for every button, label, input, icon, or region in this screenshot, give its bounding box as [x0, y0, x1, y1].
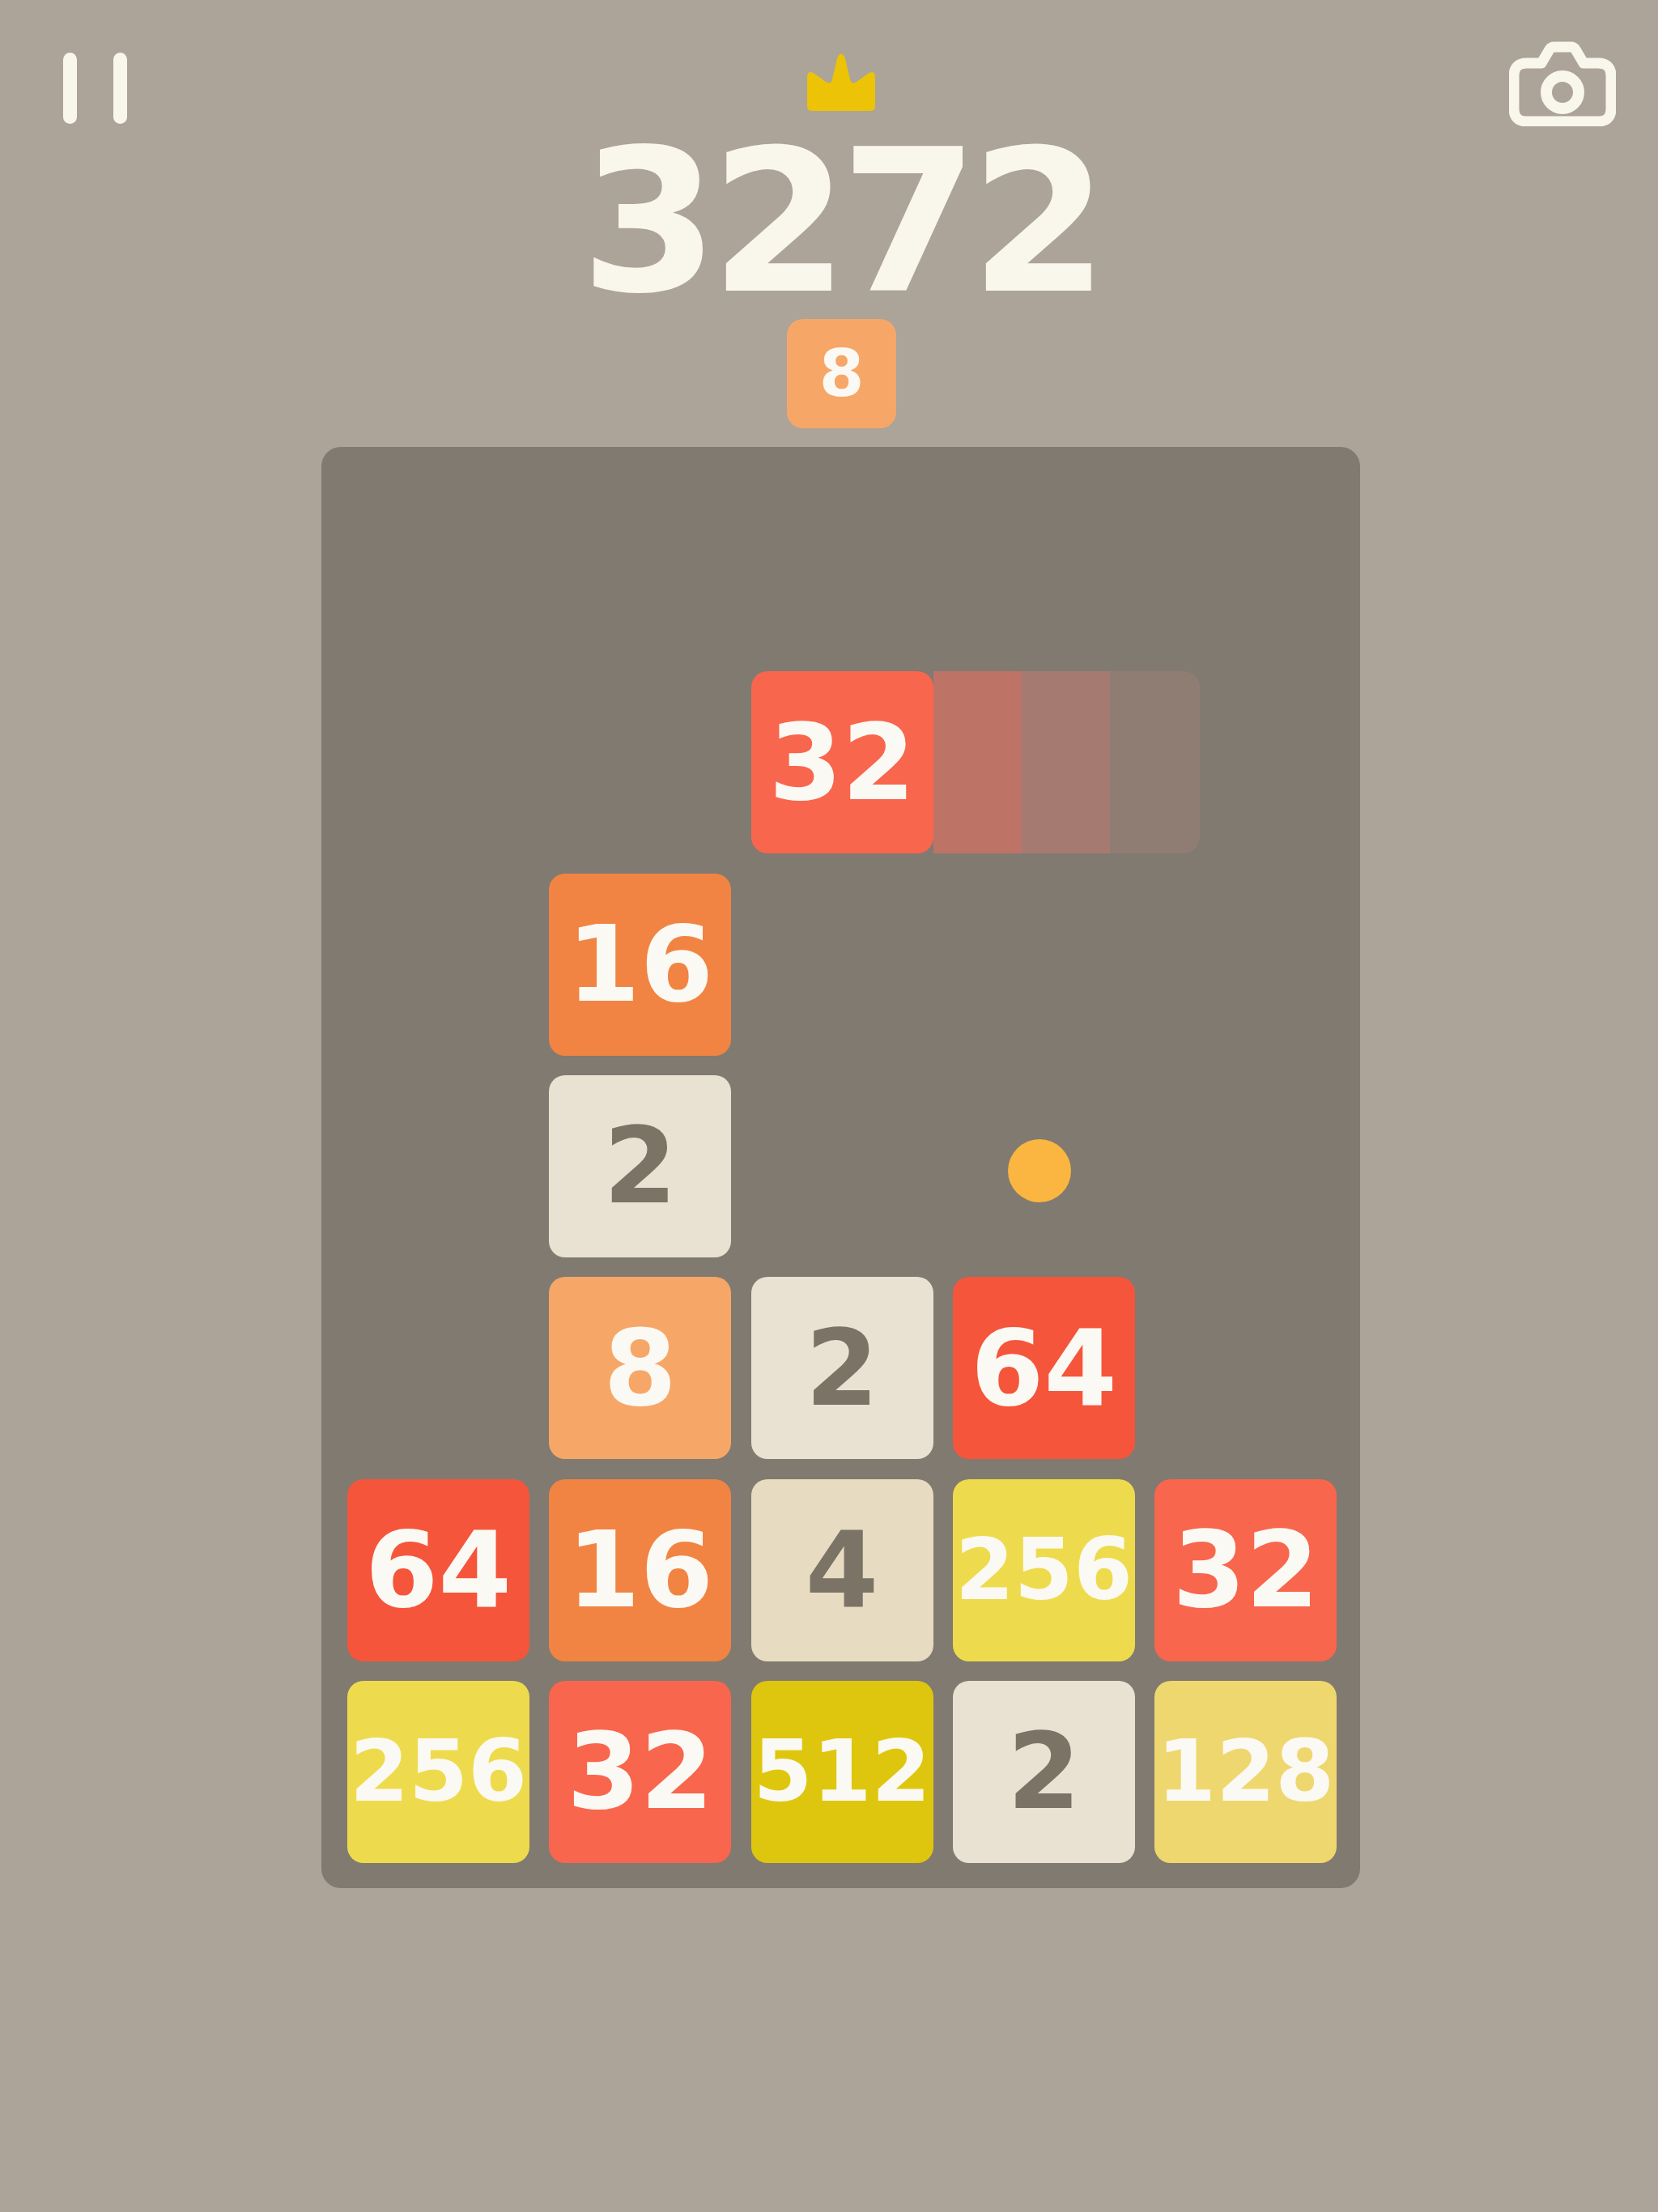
tile-2: 2: [549, 1075, 731, 1257]
board[interactable]: 3216282646416425632256325122128: [321, 447, 1360, 1888]
next-tile: 8: [787, 319, 896, 428]
tile-256: 256: [953, 1479, 1135, 1661]
game-screen: 3272 8 3216282646416425632256325122128: [0, 0, 1658, 2212]
motion-trail-segment: [1110, 671, 1200, 853]
tile-16: 16: [549, 874, 731, 1056]
tile-32: 32: [751, 671, 933, 853]
camera-icon: [1509, 40, 1616, 126]
tile-64: 64: [953, 1277, 1135, 1459]
motion-trail-segment: [933, 671, 1023, 853]
pause-icon: [63, 53, 77, 124]
score: 3272: [580, 123, 1100, 321]
pause-button[interactable]: [63, 53, 127, 124]
tile-2: 2: [751, 1277, 933, 1459]
motion-trail-segment: [1022, 671, 1112, 853]
camera-button[interactable]: [1509, 40, 1616, 129]
next-tile-value: 8: [819, 336, 865, 411]
tile-2: 2: [953, 1681, 1135, 1863]
touch-indicator-dot: [1008, 1139, 1071, 1202]
tile-16: 16: [549, 1479, 731, 1661]
tile-32: 32: [1154, 1479, 1337, 1661]
tile-64: 64: [347, 1479, 529, 1661]
tile-512: 512: [751, 1681, 933, 1863]
pause-icon: [113, 53, 127, 124]
tile-8: 8: [549, 1277, 731, 1459]
tile-256: 256: [347, 1681, 529, 1863]
tile-128: 128: [1154, 1681, 1337, 1863]
crown-icon: [799, 49, 883, 112]
tile-4: 4: [751, 1479, 933, 1661]
tile-32: 32: [549, 1681, 731, 1863]
